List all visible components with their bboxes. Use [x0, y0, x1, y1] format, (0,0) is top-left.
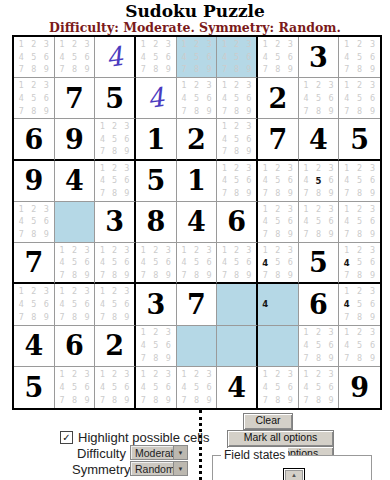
pencil-mark: 6	[366, 174, 379, 187]
pencil-mark: 7	[218, 145, 230, 157]
pencil-marks: 123456789	[137, 327, 175, 365]
pencil-mark: 8	[353, 228, 366, 241]
pencil-mark: 6	[81, 298, 94, 311]
cell-r2c1[interactable]: 123456789	[14, 78, 55, 119]
cell-r3c3[interactable]: 123456789	[95, 119, 136, 160]
difficulty-label: Difficulty	[77, 446, 126, 461]
pencil-mark: 5	[109, 133, 121, 145]
entry-digit: 4	[133, 76, 178, 121]
symmetry-label: Symmetry	[72, 462, 131, 477]
pencil-mark: 9	[284, 269, 297, 281]
pencil-mark: 3	[325, 368, 338, 381]
pencil-mark: 2	[28, 79, 41, 92]
pencil-marks: 123456789	[259, 162, 297, 200]
given-digit: 3	[136, 284, 176, 324]
cell-r1c4[interactable]: 123456789	[136, 37, 177, 78]
cell-r6c2[interactable]: 123456789	[55, 243, 96, 284]
pencil-mark: 9	[81, 394, 94, 407]
pencil-marks: 123456789	[340, 79, 379, 117]
pencil-mark: 6	[121, 133, 133, 145]
pencil-mark: 3	[366, 285, 379, 298]
pencil-mark: 7	[259, 228, 272, 241]
pencil-mark: 8	[28, 311, 41, 324]
cell-r7c2[interactable]: 123456789	[55, 284, 96, 325]
pencil-mark: 5	[68, 51, 81, 64]
pencil-mark: 6	[366, 257, 379, 269]
pencil-mark: 7	[218, 105, 230, 118]
cell-r8c7[interactable]	[258, 326, 299, 367]
cell-r7c9[interactable]: 123456789	[339, 284, 380, 325]
pencil-mark: 8	[68, 394, 81, 407]
cell-r4c6[interactable]: 123456789	[217, 161, 258, 202]
pencil-mark: 3	[243, 162, 255, 175]
given-digit: 5	[299, 243, 339, 282]
pencil-mark: 1	[340, 244, 353, 256]
pencil-mark: 8	[353, 63, 366, 76]
cell-r7c1[interactable]: 123456789	[14, 284, 55, 325]
cell-r1c8[interactable]: 3	[299, 37, 340, 78]
pencil-mark: 3	[366, 244, 379, 256]
pencil-mark	[272, 298, 285, 311]
pencil-mark: 1	[259, 368, 272, 381]
cell-r8c4[interactable]: 123456789	[136, 326, 177, 367]
pencil-mark: 1	[137, 327, 150, 340]
pencil-mark: 8	[150, 269, 163, 281]
field-states-listbox[interactable]: ▲	[283, 468, 305, 480]
pencil-mark: 1	[340, 285, 353, 298]
given-digit: 4	[55, 161, 95, 201]
pencil-mark: 4	[56, 51, 69, 64]
pencil-mark: 1	[218, 79, 230, 92]
pencil-mark: 3	[203, 244, 216, 256]
pencil-mark: 9	[366, 105, 379, 118]
pencil-mark: 7	[218, 63, 230, 76]
highlight-checkbox[interactable]: ✓	[60, 431, 73, 444]
pencil-mark: 9	[40, 63, 53, 76]
cell-r5c5[interactable]: 4	[177, 202, 218, 243]
highlight-possible-cells-row: ✓ Highlight possible cells	[60, 430, 210, 445]
pencil-mark: 5	[353, 92, 366, 105]
pencil-mark: 8	[109, 145, 121, 157]
given-digit: 4	[299, 119, 339, 158]
pencil-marks: 123456789	[218, 162, 255, 200]
cell-r1c6[interactable]: 123456789	[217, 37, 258, 78]
cell-r8c9[interactable]: 123456789	[339, 326, 380, 367]
pencil-mark: 6	[162, 257, 175, 269]
cell-r3c4[interactable]: 1	[136, 119, 177, 160]
pencil-mark: 7	[259, 269, 272, 281]
pencil-mark: 5	[272, 381, 285, 394]
pencil-mark: 1	[96, 244, 108, 256]
pencil-mark: 3	[366, 327, 379, 340]
pencil-marks: 123456789	[259, 203, 297, 241]
pencil-mark: 7	[300, 105, 313, 118]
pencil-mark: 9	[325, 352, 338, 365]
pencil-mark: 9	[325, 187, 338, 200]
pencil-marks: 123456789	[218, 38, 255, 76]
pencil-mark: 8	[353, 269, 366, 281]
cell-r9c4[interactable]: 123456789	[136, 367, 177, 408]
pencil-marks: 123456789	[340, 38, 379, 76]
pencil-mark: 5	[68, 381, 81, 394]
pencil-mark: 5	[312, 174, 325, 187]
pencil-mark: 3	[162, 368, 175, 381]
pencil-mark	[259, 311, 272, 324]
pencil-mark: 1	[15, 79, 28, 92]
cell-r3c9[interactable]: 5	[339, 119, 380, 160]
pencil-mark: 5	[272, 216, 285, 229]
cell-r6c9[interactable]: 123456789	[339, 243, 380, 284]
pencil-mark: 1	[340, 79, 353, 92]
pencil-mark: 7	[137, 394, 150, 407]
pencil-mark: 9	[243, 187, 255, 200]
pencil-mark: 5	[353, 216, 366, 229]
pencil-mark: 4	[300, 216, 313, 229]
pencil-mark: 5	[190, 51, 203, 64]
cell-r3c8[interactable]: 4	[299, 119, 340, 160]
pencil-mark: 9	[325, 105, 338, 118]
cell-r3c7[interactable]: 7	[258, 119, 299, 160]
cell-r2c2[interactable]: 7	[55, 78, 96, 119]
pencil-mark: 6	[40, 298, 53, 311]
cell-r2c7[interactable]: 2	[258, 78, 299, 119]
pencil-mark: 1	[15, 285, 28, 298]
pencil-mark: 3	[121, 162, 133, 175]
cell-r6c8[interactable]: 5	[299, 243, 340, 284]
pencil-mark: 1	[15, 38, 28, 51]
pencil-marks: 123456789	[56, 285, 94, 323]
cell-r5c7[interactable]: 123456789	[258, 202, 299, 243]
pencil-mark: 6	[366, 51, 379, 64]
cell-r3c2[interactable]: 9	[55, 119, 96, 160]
pencil-mark: 5	[353, 339, 366, 352]
cell-r2c4[interactable]: 4	[136, 78, 177, 119]
pencil-mark: 7	[340, 269, 353, 281]
pencil-mark: 9	[162, 394, 175, 407]
pencil-mark: 5	[353, 257, 366, 269]
pencil-mark: 9	[162, 63, 175, 76]
given-digit: 5	[136, 161, 176, 201]
pencil-mark: 5	[68, 298, 81, 311]
pencil-mark: 7	[178, 269, 191, 281]
given-digit: 4	[217, 367, 256, 408]
difficulty-select[interactable]: Moderate ▼	[130, 445, 188, 460]
given-digit: 6	[217, 202, 256, 242]
pencil-mark: 5	[150, 339, 163, 352]
cell-r9c3[interactable]: 123456789	[95, 367, 136, 408]
pencil-mark: 8	[231, 63, 243, 76]
pencil-mark: 8	[150, 63, 163, 76]
pencil-mark: 8	[312, 105, 325, 118]
pencil-mark: 8	[353, 311, 366, 324]
pencil-mark: 4	[56, 257, 69, 269]
pencil-mark: 8	[190, 269, 203, 281]
cell-r8c2[interactable]: 6	[55, 326, 96, 367]
pencil-mark: 7	[15, 105, 28, 118]
pencil-mark: 5	[272, 51, 285, 64]
pencil-mark: 3	[325, 162, 338, 175]
cell-r8c6[interactable]	[217, 326, 258, 367]
cell-r7c5[interactable]: 7	[177, 284, 218, 325]
pencil-mark: 4	[137, 339, 150, 352]
pencil-mark: 2	[190, 38, 203, 51]
pencil-marks: 123456789	[15, 79, 53, 117]
pencil-mark: 2	[231, 244, 243, 256]
pencil-mark: 2	[28, 203, 41, 216]
cell-r5c1[interactable]: 123456789	[14, 202, 55, 243]
pencil-mark: 8	[231, 187, 243, 200]
pencil-mark: 1	[259, 38, 272, 51]
cell-r5c4[interactable]: 8	[136, 202, 177, 243]
puzzle-subtitle: Difficulty: Moderate. Symmetry: Random.	[0, 20, 390, 35]
cell-r8c1[interactable]: 4	[14, 326, 55, 367]
pencil-mark: 1	[96, 120, 108, 132]
cell-r9c2[interactable]: 123456789	[55, 367, 96, 408]
pencil-mark: 4	[137, 51, 150, 64]
pencil-mark: 7	[340, 187, 353, 200]
pencil-mark: 7	[300, 187, 313, 200]
pencil-mark: 9	[203, 394, 216, 407]
pencil-mark: 4	[178, 381, 191, 394]
pencil-mark: 8	[150, 394, 163, 407]
cell-r1c3[interactable]: 4	[95, 37, 136, 78]
sudoku-app: Sudoku Puzzle Difficulty: Moderate. Symm…	[0, 0, 390, 480]
pencil-mark: 6	[284, 381, 297, 394]
cell-r3c6[interactable]: 123456789	[217, 119, 258, 160]
pencil-mark: 6	[243, 51, 255, 64]
cell-r9c8[interactable]: 123456789	[299, 367, 340, 408]
pencil-mark: 2	[272, 368, 285, 381]
cell-r4c1[interactable]: 9	[14, 161, 55, 202]
pencil-mark: 4	[178, 92, 191, 105]
pencil-marks: 123456789	[56, 368, 94, 407]
pencil-mark: 3	[243, 244, 255, 256]
pencil-mark: 7	[96, 269, 108, 281]
scroll-up-icon[interactable]: ▲	[285, 470, 303, 480]
pencil-mark: 4	[15, 298, 28, 311]
pencil-marks: 123456789	[178, 368, 216, 407]
pencil-marks: 123456789	[300, 203, 338, 241]
pencil-mark: 1	[56, 285, 69, 298]
pencil-mark: 1	[56, 38, 69, 51]
pencil-mark: 3	[162, 244, 175, 256]
pencil-mark: 8	[28, 228, 41, 241]
pencil-mark: 4	[340, 174, 353, 187]
pencil-mark: 6	[284, 51, 297, 64]
cell-r7c4[interactable]: 3	[136, 284, 177, 325]
chevron-down-icon[interactable]: ▼	[173, 446, 187, 459]
cell-r5c9[interactable]: 123456789	[339, 202, 380, 243]
cell-r3c1[interactable]: 6	[14, 119, 55, 160]
cell-r4c3[interactable]: 123456789	[95, 161, 136, 202]
pencil-mark: 4	[137, 381, 150, 394]
given-digit: 1	[136, 119, 176, 158]
pencil-mark: 2	[272, 162, 285, 175]
pencil-mark: 6	[325, 381, 338, 394]
pencil-mark	[272, 285, 285, 298]
cell-r5c3[interactable]: 3	[95, 202, 136, 243]
cell-r1c7[interactable]: 123456789	[258, 37, 299, 78]
pencil-mark: 5	[353, 51, 366, 64]
pencil-marks: 123456789	[178, 79, 216, 117]
cell-r2c8[interactable]: 123456789	[299, 78, 340, 119]
cell-r7c7[interactable]: 4	[258, 284, 299, 325]
pencil-mark: 3	[40, 285, 53, 298]
pencil-mark: 2	[231, 79, 243, 92]
pencil-mark: 7	[56, 311, 69, 324]
cell-r4c5[interactable]: 1	[177, 161, 218, 202]
cell-r2c6[interactable]: 123456789	[217, 78, 258, 119]
cell-r6c6[interactable]: 123456789	[217, 243, 258, 284]
pencil-mark: 4	[96, 174, 108, 187]
cell-r6c7[interactable]: 123456789	[258, 243, 299, 284]
cell-r3c5[interactable]: 2	[177, 119, 218, 160]
cell-r5c6[interactable]: 6	[217, 202, 258, 243]
cell-r6c3[interactable]: 123456789	[95, 243, 136, 284]
symmetry-select[interactable]: Random ▼	[130, 461, 188, 476]
pencil-marks: 123456789	[15, 38, 53, 76]
pencil-mark: 4	[15, 92, 28, 105]
cell-r1c1[interactable]: 123456789	[14, 37, 55, 78]
pencil-mark: 8	[231, 105, 243, 118]
cell-r9c5[interactable]: 123456789	[177, 367, 218, 408]
pencil-mark: 7	[340, 352, 353, 365]
pencil-marks: 123456789	[218, 79, 255, 117]
cell-r8c8[interactable]: 123456789	[299, 326, 340, 367]
pencil-mark: 5	[28, 92, 41, 105]
pencil-mark: 2	[353, 38, 366, 51]
cell-r9c9[interactable]: 9	[339, 367, 380, 408]
pencil-marks: 123456789	[96, 162, 133, 200]
pencil-mark: 8	[109, 311, 121, 324]
pencil-mark: 9	[81, 311, 94, 324]
pencil-marks: 123456789	[340, 327, 379, 365]
cell-r5c2[interactable]	[55, 202, 96, 243]
pencil-mark: 6	[81, 257, 94, 269]
cell-r4c7[interactable]: 123456789	[258, 161, 299, 202]
pencil-mark: 5	[231, 92, 243, 105]
pencil-mark: 8	[109, 269, 121, 281]
pencil-mark: 2	[190, 244, 203, 256]
pencil-mark: 8	[272, 187, 285, 200]
pencil-mark: 1	[218, 244, 230, 256]
pencil-mark: 6	[40, 92, 53, 105]
cell-r1c2[interactable]: 123456789	[55, 37, 96, 78]
mark-all-options-button[interactable]: Mark all options	[227, 430, 334, 447]
pencil-mark: 2	[272, 244, 285, 256]
pencil-mark: 8	[231, 269, 243, 281]
cell-r4c2[interactable]: 4	[55, 161, 96, 202]
pencil-mark: 2	[231, 38, 243, 51]
cell-r8c3[interactable]: 2	[95, 326, 136, 367]
pencil-mark: 2	[150, 327, 163, 340]
pencil-mark: 9	[366, 269, 379, 281]
pencil-mark: 8	[272, 228, 285, 241]
pencil-mark: 6	[325, 339, 338, 352]
pencil-mark: 4	[56, 381, 69, 394]
cell-r9c6[interactable]: 4	[217, 367, 258, 408]
pencil-mark: 3	[162, 327, 175, 340]
cell-r6c5[interactable]: 123456789	[177, 243, 218, 284]
pencil-mark: 7	[178, 105, 191, 118]
pencil-mark: 6	[325, 174, 338, 187]
pencil-mark: 2	[28, 38, 41, 51]
cell-r6c1[interactable]: 7	[14, 243, 55, 284]
pencil-mark: 4	[218, 133, 230, 145]
pencil-mark: 3	[284, 244, 297, 256]
pencil-mark: 7	[137, 269, 150, 281]
cell-r9c1[interactable]: 5	[14, 367, 55, 408]
pencil-mark: 8	[272, 269, 285, 281]
pencil-mark: 4	[218, 51, 230, 64]
pencil-mark: 7	[300, 228, 313, 241]
pencil-mark: 1	[300, 368, 313, 381]
cell-r2c5[interactable]: 123456789	[177, 78, 218, 119]
cell-r4c4[interactable]: 5	[136, 161, 177, 202]
cell-r6c4[interactable]: 123456789	[136, 243, 177, 284]
pencil-marks: 123456789	[15, 203, 53, 241]
pencil-mark: 1	[96, 162, 108, 175]
cell-r8c5[interactable]	[177, 326, 218, 367]
pencil-marks: 123456789	[96, 244, 133, 281]
pencil-mark: 9	[325, 228, 338, 241]
pencil-mark: 1	[259, 203, 272, 216]
pencil-mark: 4	[340, 51, 353, 64]
cell-r2c9[interactable]: 123456789	[339, 78, 380, 119]
cell-r4c9[interactable]: 123456789	[339, 161, 380, 202]
cell-r1c9[interactable]: 123456789	[339, 37, 380, 78]
pencil-mark: 4	[96, 298, 108, 311]
cell-r7c3[interactable]: 123456789	[95, 284, 136, 325]
cell-r9c7[interactable]: 123456789	[258, 367, 299, 408]
cell-r4c8[interactable]: 123456789	[299, 161, 340, 202]
pencil-mark: 8	[109, 394, 121, 407]
pencil-mark: 2	[272, 38, 285, 51]
pencil-mark: 2	[312, 79, 325, 92]
pencil-mark: 5	[109, 381, 121, 394]
pencil-mark: 7	[178, 394, 191, 407]
pencil-mark: 1	[56, 368, 69, 381]
pencil-mark: 5	[272, 174, 285, 187]
pencil-mark: 3	[81, 285, 94, 298]
pencil-mark: 9	[121, 187, 133, 200]
pencil-mark: 9	[81, 269, 94, 281]
pencil-mark: 2	[272, 203, 285, 216]
pencil-mark: 5	[353, 174, 366, 187]
cell-r2c3[interactable]: 5	[95, 78, 136, 119]
cell-r7c8[interactable]: 6	[299, 284, 340, 325]
pencil-mark: 3	[162, 38, 175, 51]
cell-r1c5[interactable]: 123456789	[177, 37, 218, 78]
pencil-mark: 6	[121, 257, 133, 269]
pencil-mark: 6	[121, 174, 133, 187]
pencil-mark: 6	[366, 339, 379, 352]
pencil-mark: 8	[190, 63, 203, 76]
pencil-mark: 2	[150, 368, 163, 381]
chevron-down-icon[interactable]: ▼	[173, 462, 187, 475]
pencil-mark: 6	[203, 257, 216, 269]
pencil-mark: 4	[15, 51, 28, 64]
pencil-mark: 6	[121, 381, 133, 394]
pencil-mark: 5	[353, 298, 366, 311]
cell-r7c6[interactable]	[217, 284, 258, 325]
pencil-mark: 5	[312, 92, 325, 105]
cell-r5c8[interactable]: 123456789	[299, 202, 340, 243]
pencil-mark: 4	[96, 257, 108, 269]
pencil-mark: 3	[203, 38, 216, 51]
pencil-mark: 5	[231, 51, 243, 64]
clear-button[interactable]: Clear	[243, 413, 293, 430]
